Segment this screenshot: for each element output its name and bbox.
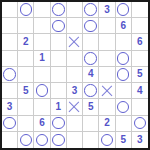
cell-r1c3[interactable]: [34, 2, 50, 18]
cell-r9c8[interactable]: 5: [116, 132, 132, 148]
circle-mark: [84, 52, 97, 65]
clue-number: 5: [120, 135, 126, 145]
cell-r7c8[interactable]: [116, 99, 132, 115]
circle-mark: [117, 3, 130, 16]
clue-number: 3: [104, 5, 110, 15]
cell-r4c4[interactable]: [51, 51, 67, 67]
clue-number: 1: [55, 102, 61, 112]
cell-r8c6[interactable]: [83, 116, 99, 132]
cell-r5c5[interactable]: [67, 67, 83, 83]
circle-mark: [117, 101, 130, 114]
cell-r8c1[interactable]: [2, 116, 18, 132]
cell-r2c8[interactable]: 6: [116, 18, 132, 34]
cell-r3c4[interactable]: [51, 34, 67, 50]
circle-mark: [52, 3, 65, 16]
cell-r3c6[interactable]: [83, 34, 99, 50]
cell-r3c9[interactable]: 6: [132, 34, 148, 50]
clue-number: 6: [39, 118, 45, 128]
circle-mark: [20, 3, 33, 16]
cell-r3c7[interactable]: [99, 34, 115, 50]
x-mark: [68, 101, 80, 113]
cell-r2c1[interactable]: [2, 18, 18, 34]
clue-number: 2: [104, 118, 110, 128]
cell-r2c9[interactable]: [132, 18, 148, 34]
circle-mark: [36, 134, 49, 147]
cell-r4c8[interactable]: [116, 51, 132, 67]
circle-mark: [3, 68, 16, 81]
cell-r6c5[interactable]: 3: [67, 83, 83, 99]
cell-r8c9[interactable]: [132, 116, 148, 132]
cell-r6c3[interactable]: [34, 83, 50, 99]
cell-r2c6[interactable]: [83, 18, 99, 34]
cell-r3c5[interactable]: [67, 34, 83, 50]
clue-number: 2: [23, 37, 29, 47]
cell-r8c2[interactable]: [18, 116, 34, 132]
clue-number: 3: [72, 86, 78, 96]
cell-r6c7[interactable]: [99, 83, 115, 99]
cell-r6c4[interactable]: [51, 83, 67, 99]
cell-r7c7[interactable]: [99, 99, 115, 115]
cell-r6c8[interactable]: [116, 83, 132, 99]
clue-number: 4: [137, 86, 143, 96]
cell-r7c5[interactable]: [67, 99, 83, 115]
cell-r5c4[interactable]: [51, 67, 67, 83]
cell-r9c1[interactable]: [2, 132, 18, 148]
circle-mark: [117, 52, 130, 65]
cell-r1c2[interactable]: [18, 2, 34, 18]
clue-number: 6: [137, 37, 143, 47]
cell-r7c3[interactable]: [34, 99, 50, 115]
cell-r9c2[interactable]: [18, 132, 34, 148]
circle-mark: [52, 134, 65, 147]
cell-r7c9[interactable]: [132, 99, 148, 115]
x-mark: [68, 36, 80, 48]
circle-mark: [84, 84, 97, 97]
cell-r7c6[interactable]: 5: [83, 99, 99, 115]
cell-r4c1[interactable]: [2, 51, 18, 67]
cell-r7c1[interactable]: 3: [2, 99, 18, 115]
clue-number: 5: [88, 102, 94, 112]
circle-mark: [84, 20, 97, 33]
cell-r2c7[interactable]: [99, 18, 115, 34]
x-mark: [101, 85, 113, 97]
clue-number: 5: [23, 86, 29, 96]
cell-r4c5[interactable]: [67, 51, 83, 67]
cell-r4c2[interactable]: [18, 51, 34, 67]
cell-r5c6[interactable]: 4: [83, 67, 99, 83]
cell-r8c7[interactable]: 2: [99, 116, 115, 132]
cell-r1c4[interactable]: [51, 2, 67, 18]
cell-r5c8[interactable]: [116, 67, 132, 83]
cell-r4c9[interactable]: [132, 51, 148, 67]
cell-r5c1[interactable]: [2, 67, 18, 83]
cell-r1c5[interactable]: [67, 2, 83, 18]
cell-r1c6[interactable]: [83, 2, 99, 18]
clue-number: 5: [137, 69, 143, 79]
circle-mark: [101, 134, 114, 147]
cell-r2c5[interactable]: [67, 18, 83, 34]
cell-r5c9[interactable]: 5: [132, 67, 148, 83]
clue-number: 1: [39, 53, 45, 63]
circle-mark: [117, 68, 130, 81]
cell-r9c3[interactable]: [34, 132, 50, 148]
circle-mark: [20, 134, 33, 147]
cell-r9c7[interactable]: [99, 132, 115, 148]
circle-mark: [52, 20, 65, 33]
cell-r8c5[interactable]: [67, 116, 83, 132]
cell-r3c2[interactable]: 2: [18, 34, 34, 50]
cell-r1c8[interactable]: [116, 2, 132, 18]
circle-mark: [134, 117, 147, 130]
clue-number: 6: [120, 21, 126, 31]
cell-r7c2[interactable]: [18, 99, 34, 115]
clue-number: 4: [88, 69, 94, 79]
cell-r8c3[interactable]: 6: [34, 116, 50, 132]
cell-r3c8[interactable]: [116, 34, 132, 50]
cell-r4c7[interactable]: [99, 51, 115, 67]
cell-r5c3[interactable]: [34, 67, 50, 83]
cell-r3c3[interactable]: [34, 34, 50, 50]
cell-r9c5[interactable]: [67, 132, 83, 148]
cell-r4c3[interactable]: 1: [34, 51, 50, 67]
cell-r6c9[interactable]: 4: [132, 83, 148, 99]
cell-r6c6[interactable]: [83, 83, 99, 99]
circle-mark: [52, 117, 65, 130]
cell-r5c7[interactable]: [99, 67, 115, 83]
cell-r2c3[interactable]: [34, 18, 50, 34]
cell-r1c1[interactable]: [2, 2, 18, 18]
clue-number: 3: [137, 135, 143, 145]
circle-mark: [3, 117, 16, 130]
cell-r5c2[interactable]: [18, 67, 34, 83]
clue-number: 3: [7, 102, 13, 112]
circle-mark: [84, 3, 97, 16]
cell-r6c2[interactable]: 5: [18, 83, 34, 99]
cell-r9c9[interactable]: 3: [132, 132, 148, 148]
cell-r9c6[interactable]: [83, 132, 99, 148]
cell-r3c1[interactable]: [2, 34, 18, 50]
cell-r1c9[interactable]: [132, 2, 148, 18]
cell-r7c4[interactable]: 1: [51, 99, 67, 115]
cell-r9c4[interactable]: [51, 132, 67, 148]
cell-r2c4[interactable]: [51, 18, 67, 34]
circle-mark: [36, 84, 49, 97]
cell-r1c7[interactable]: 3: [99, 2, 115, 18]
puzzle-board: 36261455343156253: [0, 0, 150, 150]
cell-r2c2[interactable]: [18, 18, 34, 34]
cell-r4c6[interactable]: [83, 51, 99, 67]
cell-r8c4[interactable]: [51, 116, 67, 132]
cell-r8c8[interactable]: [116, 116, 132, 132]
cell-r6c1[interactable]: [2, 83, 18, 99]
